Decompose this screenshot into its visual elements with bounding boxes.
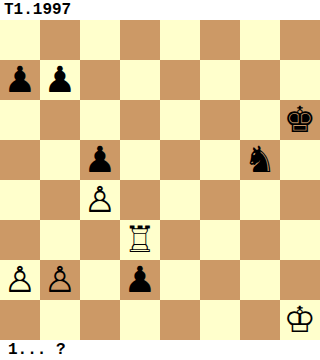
chess-puzzle-app: T1.1997 ♟♟♚♟♞♙♖♙♙♟♔ 1... ? bbox=[0, 0, 320, 360]
piece-black-pawn[interactable]: ♟ bbox=[44, 60, 76, 100]
square-g7[interactable] bbox=[240, 60, 280, 100]
square-h3[interactable] bbox=[280, 220, 320, 260]
square-b8[interactable] bbox=[40, 20, 80, 60]
square-b7[interactable]: ♟ bbox=[40, 60, 80, 100]
square-h7[interactable] bbox=[280, 60, 320, 100]
square-c3[interactable] bbox=[80, 220, 120, 260]
square-e5[interactable] bbox=[160, 140, 200, 180]
square-b4[interactable] bbox=[40, 180, 80, 220]
piece-white-rook[interactable]: ♖ bbox=[124, 220, 156, 260]
square-a4[interactable] bbox=[0, 180, 40, 220]
puzzle-title: T1.1997 bbox=[0, 0, 320, 20]
square-f1[interactable] bbox=[200, 300, 240, 340]
piece-white-pawn[interactable]: ♙ bbox=[4, 260, 36, 300]
piece-black-pawn[interactable]: ♟ bbox=[124, 260, 156, 300]
square-d2[interactable]: ♟ bbox=[120, 260, 160, 300]
square-g1[interactable] bbox=[240, 300, 280, 340]
square-f8[interactable] bbox=[200, 20, 240, 60]
square-b3[interactable] bbox=[40, 220, 80, 260]
square-g8[interactable] bbox=[240, 20, 280, 60]
square-a8[interactable] bbox=[0, 20, 40, 60]
square-g3[interactable] bbox=[240, 220, 280, 260]
piece-black-pawn[interactable]: ♟ bbox=[84, 140, 116, 180]
square-a1[interactable] bbox=[0, 300, 40, 340]
square-e3[interactable] bbox=[160, 220, 200, 260]
chess-board: ♟♟♚♟♞♙♖♙♙♟♔ bbox=[0, 20, 320, 340]
square-c5[interactable]: ♟ bbox=[80, 140, 120, 180]
square-c1[interactable] bbox=[80, 300, 120, 340]
square-f3[interactable] bbox=[200, 220, 240, 260]
square-h2[interactable] bbox=[280, 260, 320, 300]
square-h5[interactable] bbox=[280, 140, 320, 180]
square-h8[interactable] bbox=[280, 20, 320, 60]
square-a7[interactable]: ♟ bbox=[0, 60, 40, 100]
square-a6[interactable] bbox=[0, 100, 40, 140]
move-prompt: 1... ? bbox=[0, 340, 320, 360]
square-c7[interactable] bbox=[80, 60, 120, 100]
square-b2[interactable]: ♙ bbox=[40, 260, 80, 300]
square-e8[interactable] bbox=[160, 20, 200, 60]
square-c6[interactable] bbox=[80, 100, 120, 140]
square-c4[interactable]: ♙ bbox=[80, 180, 120, 220]
square-d6[interactable] bbox=[120, 100, 160, 140]
square-b6[interactable] bbox=[40, 100, 80, 140]
square-e4[interactable] bbox=[160, 180, 200, 220]
square-e2[interactable] bbox=[160, 260, 200, 300]
square-g4[interactable] bbox=[240, 180, 280, 220]
piece-white-king[interactable]: ♔ bbox=[284, 300, 316, 340]
square-e7[interactable] bbox=[160, 60, 200, 100]
square-a2[interactable]: ♙ bbox=[0, 260, 40, 300]
square-h1[interactable]: ♔ bbox=[280, 300, 320, 340]
square-a3[interactable] bbox=[0, 220, 40, 260]
square-f6[interactable] bbox=[200, 100, 240, 140]
square-a5[interactable] bbox=[0, 140, 40, 180]
square-f5[interactable] bbox=[200, 140, 240, 180]
square-h6[interactable]: ♚ bbox=[280, 100, 320, 140]
square-d4[interactable] bbox=[120, 180, 160, 220]
square-c8[interactable] bbox=[80, 20, 120, 60]
piece-black-king[interactable]: ♚ bbox=[284, 100, 316, 140]
square-g2[interactable] bbox=[240, 260, 280, 300]
square-f4[interactable] bbox=[200, 180, 240, 220]
square-c2[interactable] bbox=[80, 260, 120, 300]
square-f7[interactable] bbox=[200, 60, 240, 100]
square-g5[interactable]: ♞ bbox=[240, 140, 280, 180]
square-e1[interactable] bbox=[160, 300, 200, 340]
square-g6[interactable] bbox=[240, 100, 280, 140]
square-d3[interactable]: ♖ bbox=[120, 220, 160, 260]
piece-white-pawn[interactable]: ♙ bbox=[44, 260, 76, 300]
square-d7[interactable] bbox=[120, 60, 160, 100]
square-b1[interactable] bbox=[40, 300, 80, 340]
piece-black-knight[interactable]: ♞ bbox=[244, 140, 276, 180]
square-h4[interactable] bbox=[280, 180, 320, 220]
piece-white-pawn[interactable]: ♙ bbox=[84, 180, 116, 220]
square-b5[interactable] bbox=[40, 140, 80, 180]
square-d8[interactable] bbox=[120, 20, 160, 60]
piece-black-pawn[interactable]: ♟ bbox=[4, 60, 36, 100]
square-d5[interactable] bbox=[120, 140, 160, 180]
square-f2[interactable] bbox=[200, 260, 240, 300]
square-e6[interactable] bbox=[160, 100, 200, 140]
square-d1[interactable] bbox=[120, 300, 160, 340]
